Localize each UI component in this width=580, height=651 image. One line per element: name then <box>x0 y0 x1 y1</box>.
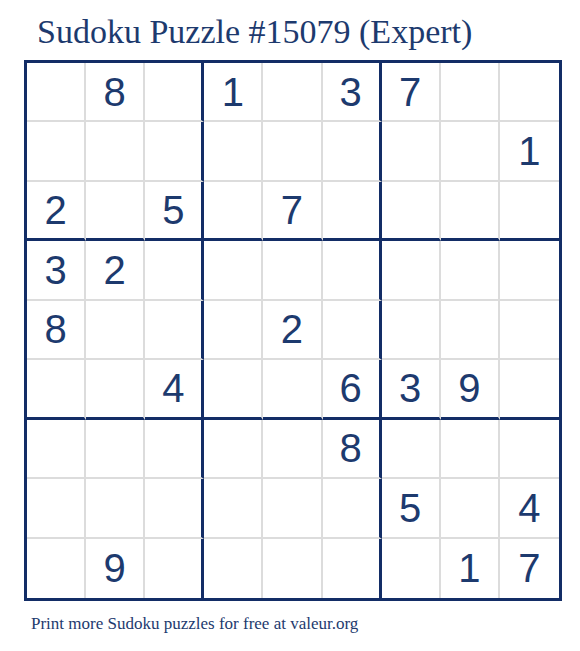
cell-r9c7 <box>382 539 441 598</box>
cell-r4c6 <box>323 241 382 300</box>
cell-r9c2: 9 <box>86 539 145 598</box>
cell-r4c1: 3 <box>27 241 86 300</box>
cell-r5c7 <box>382 301 441 360</box>
cell-r2c6 <box>323 122 382 181</box>
cell-r3c8 <box>441 182 500 241</box>
cell-r4c2: 2 <box>86 241 145 300</box>
cell-r1c9 <box>500 63 559 122</box>
cell-r1c6: 3 <box>323 63 382 122</box>
cell-r9c9: 7 <box>500 539 559 598</box>
cell-r8c2 <box>86 479 145 538</box>
cell-r7c3 <box>145 420 204 479</box>
cell-r4c5 <box>263 241 322 300</box>
cell-r5c3 <box>145 301 204 360</box>
cell-r3c9 <box>500 182 559 241</box>
cell-r9c6 <box>323 539 382 598</box>
cell-r5c4 <box>204 301 263 360</box>
cell-r6c1 <box>27 360 86 419</box>
page-title: Sudoku Puzzle #15079 (Expert) <box>37 13 472 51</box>
cell-r5c8 <box>441 301 500 360</box>
cell-r3c4 <box>204 182 263 241</box>
cell-r7c9 <box>500 420 559 479</box>
cell-r1c5 <box>263 63 322 122</box>
cell-r7c4 <box>204 420 263 479</box>
cell-r2c4 <box>204 122 263 181</box>
cell-r2c7 <box>382 122 441 181</box>
cell-r4c8 <box>441 241 500 300</box>
cell-r9c5 <box>263 539 322 598</box>
cell-r3c6 <box>323 182 382 241</box>
cell-r1c8 <box>441 63 500 122</box>
cell-r8c5 <box>263 479 322 538</box>
cell-r2c9: 1 <box>500 122 559 181</box>
cell-r6c7: 3 <box>382 360 441 419</box>
cell-r1c3 <box>145 63 204 122</box>
cell-r4c4 <box>204 241 263 300</box>
cell-r1c7: 7 <box>382 63 441 122</box>
cell-r7c8 <box>441 420 500 479</box>
cell-r9c8: 1 <box>441 539 500 598</box>
cell-r4c9 <box>500 241 559 300</box>
cell-r7c1 <box>27 420 86 479</box>
cell-r2c8 <box>441 122 500 181</box>
sudoku-board: 8137125732824639854917 <box>24 60 562 601</box>
cell-r1c1 <box>27 63 86 122</box>
sudoku-page: Sudoku Puzzle #15079 (Expert) 8137125732… <box>0 0 580 651</box>
cell-r8c8 <box>441 479 500 538</box>
cell-r6c2 <box>86 360 145 419</box>
cell-r3c3: 5 <box>145 182 204 241</box>
cell-r6c6: 6 <box>323 360 382 419</box>
cell-r6c8: 9 <box>441 360 500 419</box>
cell-r3c5: 7 <box>263 182 322 241</box>
cell-r4c3 <box>145 241 204 300</box>
cell-r2c1 <box>27 122 86 181</box>
cell-r6c5 <box>263 360 322 419</box>
cell-r3c1: 2 <box>27 182 86 241</box>
cell-r7c6: 8 <box>323 420 382 479</box>
cell-r2c3 <box>145 122 204 181</box>
cell-r9c1 <box>27 539 86 598</box>
cell-r4c7 <box>382 241 441 300</box>
cell-r8c6 <box>323 479 382 538</box>
cell-r8c9: 4 <box>500 479 559 538</box>
cell-r6c3: 4 <box>145 360 204 419</box>
cell-r3c7 <box>382 182 441 241</box>
cell-r2c2 <box>86 122 145 181</box>
cell-r9c4 <box>204 539 263 598</box>
cell-r8c3 <box>145 479 204 538</box>
cell-r5c1: 8 <box>27 301 86 360</box>
cell-r8c4 <box>204 479 263 538</box>
cell-r5c5: 2 <box>263 301 322 360</box>
footer-text: Print more Sudoku puzzles for free at va… <box>31 614 358 634</box>
cell-r3c2 <box>86 182 145 241</box>
cell-r6c4 <box>204 360 263 419</box>
cell-r7c2 <box>86 420 145 479</box>
cell-r5c2 <box>86 301 145 360</box>
cell-r1c2: 8 <box>86 63 145 122</box>
cell-r8c7: 5 <box>382 479 441 538</box>
cell-r2c5 <box>263 122 322 181</box>
cell-r7c7 <box>382 420 441 479</box>
cell-r5c6 <box>323 301 382 360</box>
cell-r8c1 <box>27 479 86 538</box>
cell-r1c4: 1 <box>204 63 263 122</box>
cell-r6c9 <box>500 360 559 419</box>
cell-r5c9 <box>500 301 559 360</box>
cell-r9c3 <box>145 539 204 598</box>
cell-r7c5 <box>263 420 322 479</box>
